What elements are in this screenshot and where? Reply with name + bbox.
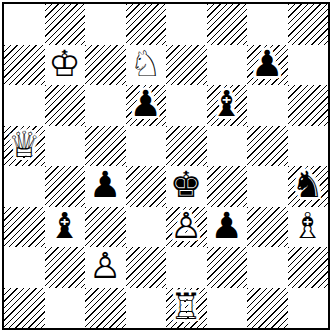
white-queen[interactable]: ♕ bbox=[8, 127, 40, 163]
square-e1[interactable]: ♖ bbox=[166, 288, 207, 329]
square-d4[interactable] bbox=[126, 166, 167, 207]
square-f5[interactable] bbox=[207, 126, 248, 167]
square-e2[interactable] bbox=[166, 247, 207, 288]
square-c8[interactable] bbox=[85, 4, 126, 45]
square-e3[interactable]: ♙ bbox=[166, 207, 207, 248]
square-h7[interactable] bbox=[288, 45, 329, 86]
square-f4[interactable] bbox=[207, 166, 248, 207]
black-bishop[interactable]: ♝ bbox=[49, 208, 81, 244]
square-b4[interactable] bbox=[45, 166, 86, 207]
black-knight[interactable]: ♞ bbox=[292, 167, 324, 203]
square-h1[interactable] bbox=[288, 288, 329, 329]
square-f1[interactable] bbox=[207, 288, 248, 329]
square-a3[interactable] bbox=[4, 207, 45, 248]
square-e4[interactable]: ♚ bbox=[166, 166, 207, 207]
white-bishop[interactable]: ♗ bbox=[292, 208, 324, 244]
square-a6[interactable] bbox=[4, 85, 45, 126]
square-a7[interactable] bbox=[4, 45, 45, 86]
square-h8[interactable] bbox=[288, 4, 329, 45]
square-b8[interactable] bbox=[45, 4, 86, 45]
board-frame: ♔♘♟♟♝♕♟♚♞♝♙♟♗♙♖ bbox=[2, 2, 330, 330]
square-b1[interactable] bbox=[45, 288, 86, 329]
white-king[interactable]: ♔ bbox=[49, 46, 81, 82]
square-h3[interactable]: ♗ bbox=[288, 207, 329, 248]
square-f8[interactable] bbox=[207, 4, 248, 45]
square-b7[interactable]: ♔ bbox=[45, 45, 86, 86]
white-rook[interactable]: ♖ bbox=[170, 289, 202, 325]
square-a4[interactable] bbox=[4, 166, 45, 207]
square-d2[interactable] bbox=[126, 247, 167, 288]
square-d8[interactable] bbox=[126, 4, 167, 45]
square-h5[interactable] bbox=[288, 126, 329, 167]
square-c7[interactable] bbox=[85, 45, 126, 86]
white-pawn[interactable]: ♙ bbox=[89, 248, 121, 284]
square-f6[interactable]: ♝ bbox=[207, 85, 248, 126]
square-g5[interactable] bbox=[247, 126, 288, 167]
black-pawn[interactable]: ♟ bbox=[251, 46, 283, 82]
square-e7[interactable] bbox=[166, 45, 207, 86]
square-c1[interactable] bbox=[85, 288, 126, 329]
square-h4[interactable]: ♞ bbox=[288, 166, 329, 207]
square-g2[interactable] bbox=[247, 247, 288, 288]
chess-board: ♔♘♟♟♝♕♟♚♞♝♙♟♗♙♖ bbox=[4, 4, 328, 328]
square-g4[interactable] bbox=[247, 166, 288, 207]
square-g6[interactable] bbox=[247, 85, 288, 126]
square-c5[interactable] bbox=[85, 126, 126, 167]
square-b6[interactable] bbox=[45, 85, 86, 126]
square-c3[interactable] bbox=[85, 207, 126, 248]
square-b2[interactable] bbox=[45, 247, 86, 288]
square-h2[interactable] bbox=[288, 247, 329, 288]
square-d6[interactable]: ♟ bbox=[126, 85, 167, 126]
square-c6[interactable] bbox=[85, 85, 126, 126]
square-a8[interactable] bbox=[4, 4, 45, 45]
square-d7[interactable]: ♘ bbox=[126, 45, 167, 86]
white-pawn[interactable]: ♙ bbox=[170, 208, 202, 244]
square-h6[interactable] bbox=[288, 85, 329, 126]
square-e6[interactable] bbox=[166, 85, 207, 126]
square-f7[interactable] bbox=[207, 45, 248, 86]
square-c4[interactable]: ♟ bbox=[85, 166, 126, 207]
square-g1[interactable] bbox=[247, 288, 288, 329]
square-e8[interactable] bbox=[166, 4, 207, 45]
black-king[interactable]: ♚ bbox=[170, 167, 202, 203]
square-a5[interactable]: ♕ bbox=[4, 126, 45, 167]
square-f2[interactable] bbox=[207, 247, 248, 288]
square-g3[interactable] bbox=[247, 207, 288, 248]
black-pawn[interactable]: ♟ bbox=[211, 208, 243, 244]
square-c2[interactable]: ♙ bbox=[85, 247, 126, 288]
square-b3[interactable]: ♝ bbox=[45, 207, 86, 248]
square-d1[interactable] bbox=[126, 288, 167, 329]
black-pawn[interactable]: ♟ bbox=[130, 86, 162, 122]
square-d5[interactable] bbox=[126, 126, 167, 167]
square-b5[interactable] bbox=[45, 126, 86, 167]
chess-diagram: ♔♘♟♟♝♕♟♚♞♝♙♟♗♙♖ bbox=[0, 0, 332, 332]
square-f3[interactable]: ♟ bbox=[207, 207, 248, 248]
square-a1[interactable] bbox=[4, 288, 45, 329]
square-g8[interactable] bbox=[247, 4, 288, 45]
square-g7[interactable]: ♟ bbox=[247, 45, 288, 86]
square-e5[interactable] bbox=[166, 126, 207, 167]
square-a2[interactable] bbox=[4, 247, 45, 288]
square-d3[interactable] bbox=[126, 207, 167, 248]
white-knight[interactable]: ♘ bbox=[130, 46, 162, 82]
black-pawn[interactable]: ♟ bbox=[89, 167, 121, 203]
black-bishop[interactable]: ♝ bbox=[211, 86, 243, 122]
